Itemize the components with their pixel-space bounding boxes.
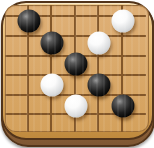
white-stone bbox=[111, 10, 134, 33]
white-stone bbox=[88, 31, 111, 54]
stones-layer bbox=[5, 5, 146, 132]
black-stone bbox=[111, 95, 134, 118]
black-stone bbox=[17, 10, 40, 33]
white-stone bbox=[64, 95, 87, 118]
gomoku-app-icon[interactable] bbox=[0, 0, 154, 148]
black-stone bbox=[41, 31, 64, 54]
black-stone bbox=[64, 53, 87, 76]
white-stone bbox=[41, 73, 64, 96]
black-stone bbox=[88, 73, 111, 96]
board-surface bbox=[5, 5, 149, 132]
